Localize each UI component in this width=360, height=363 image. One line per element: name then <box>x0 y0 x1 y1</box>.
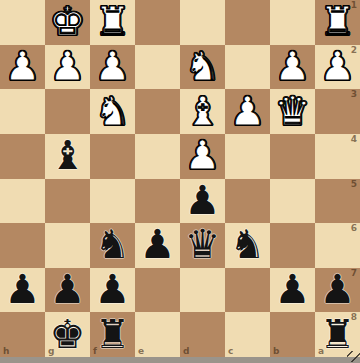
square-a6[interactable]: 6 <box>315 223 360 268</box>
square-d8[interactable]: d <box>180 312 225 357</box>
square-c3[interactable]: ♟ <box>225 89 270 134</box>
square-h2[interactable]: ♟ <box>0 45 45 90</box>
rank-label-8: 8 <box>351 313 357 322</box>
square-d4[interactable]: ♟ <box>180 134 225 179</box>
square-a5[interactable]: 5 <box>315 179 360 224</box>
square-b2[interactable]: ♟ <box>270 45 315 90</box>
rank-label-3: 3 <box>351 90 357 99</box>
square-g2[interactable]: ♟ <box>45 45 90 90</box>
square-e7[interactable] <box>135 268 180 313</box>
square-h3[interactable] <box>0 89 45 134</box>
square-b3[interactable]: ♛ <box>270 89 315 134</box>
black-knight-piece[interactable]: ♞ <box>230 224 266 264</box>
black-pawn-piece[interactable]: ♟ <box>275 269 311 309</box>
black-bishop-piece[interactable]: ♝ <box>50 135 86 175</box>
rank-label-6: 6 <box>351 224 357 233</box>
white-knight-piece[interactable]: ♞ <box>185 46 221 86</box>
black-rook-piece[interactable]: ♜ <box>95 314 131 354</box>
square-g5[interactable] <box>45 179 90 224</box>
white-pawn-piece[interactable]: ♟ <box>95 46 131 86</box>
black-pawn-piece[interactable]: ♟ <box>5 269 41 309</box>
black-queen-piece[interactable]: ♛ <box>185 224 221 264</box>
square-h7[interactable]: ♟ <box>0 268 45 313</box>
square-d1[interactable] <box>180 0 225 45</box>
square-d7[interactable] <box>180 268 225 313</box>
white-king-piece[interactable]: ♚ <box>50 1 86 41</box>
square-e6[interactable]: ♟ <box>135 223 180 268</box>
white-pawn-piece[interactable]: ♟ <box>50 46 86 86</box>
file-label-g: g <box>48 347 54 356</box>
square-d3[interactable]: ♝ <box>180 89 225 134</box>
square-g8[interactable]: ♚g <box>45 312 90 357</box>
square-a2[interactable]: ♟2 <box>315 45 360 90</box>
square-g1[interactable]: ♚ <box>45 0 90 45</box>
white-pawn-piece[interactable]: ♟ <box>5 46 41 86</box>
square-a7[interactable]: ♟7 <box>315 268 360 313</box>
square-c6[interactable]: ♞ <box>225 223 270 268</box>
black-pawn-piece[interactable]: ♟ <box>140 224 176 264</box>
white-pawn-piece[interactable]: ♟ <box>185 135 221 175</box>
file-label-h: h <box>3 347 9 356</box>
white-queen-piece[interactable]: ♛ <box>275 91 311 131</box>
white-pawn-piece[interactable]: ♟ <box>275 46 311 86</box>
white-bishop-piece[interactable]: ♝ <box>185 91 221 131</box>
black-knight-piece[interactable]: ♞ <box>95 224 131 264</box>
square-e2[interactable] <box>135 45 180 90</box>
square-h5[interactable] <box>0 179 45 224</box>
rank-label-5: 5 <box>351 180 357 189</box>
board-bottom-edge <box>0 357 360 363</box>
file-label-f: f <box>93 347 97 356</box>
file-label-d: d <box>183 347 189 356</box>
square-e4[interactable] <box>135 134 180 179</box>
file-label-b: b <box>273 347 279 356</box>
square-a3[interactable]: 3 <box>315 89 360 134</box>
square-f6[interactable]: ♞ <box>90 223 135 268</box>
square-f3[interactable]: ♞ <box>90 89 135 134</box>
black-pawn-piece[interactable]: ♟ <box>50 269 86 309</box>
square-c5[interactable] <box>225 179 270 224</box>
square-d5[interactable]: ♟ <box>180 179 225 224</box>
white-pawn-piece[interactable]: ♟ <box>230 91 266 131</box>
chess-board: ♚♜♜1♟♟♟♞♟♟2♞♝♟♛3♝♟4♟5♞♟♛♞6♟♟♟♟♟7h♚g♜fedc… <box>0 0 360 357</box>
black-pawn-piece[interactable]: ♟ <box>95 269 131 309</box>
white-knight-piece[interactable]: ♞ <box>95 91 131 131</box>
square-g7[interactable]: ♟ <box>45 268 90 313</box>
rank-label-1: 1 <box>351 1 357 10</box>
square-a1[interactable]: ♜1 <box>315 0 360 45</box>
square-b4[interactable] <box>270 134 315 179</box>
square-c2[interactable] <box>225 45 270 90</box>
square-c7[interactable] <box>225 268 270 313</box>
square-h1[interactable] <box>0 0 45 45</box>
black-pawn-piece[interactable]: ♟ <box>185 180 221 220</box>
square-f5[interactable] <box>90 179 135 224</box>
square-e1[interactable] <box>135 0 180 45</box>
square-f8[interactable]: ♜f <box>90 312 135 357</box>
square-c1[interactable] <box>225 0 270 45</box>
rank-label-7: 7 <box>351 269 357 278</box>
square-c8[interactable]: c <box>225 312 270 357</box>
square-g3[interactable] <box>45 89 90 134</box>
white-rook-piece[interactable]: ♜ <box>95 1 131 41</box>
square-h8[interactable]: h <box>0 312 45 357</box>
square-f4[interactable] <box>90 134 135 179</box>
black-king-piece[interactable]: ♚ <box>50 314 86 354</box>
square-f1[interactable]: ♜ <box>90 0 135 45</box>
file-label-c: c <box>228 347 233 356</box>
resize-grip-icon[interactable] <box>347 351 360 362</box>
square-b5[interactable] <box>270 179 315 224</box>
square-c4[interactable] <box>225 134 270 179</box>
square-h6[interactable] <box>0 223 45 268</box>
square-e8[interactable]: e <box>135 312 180 357</box>
square-b6[interactable] <box>270 223 315 268</box>
square-a4[interactable]: 4 <box>315 134 360 179</box>
square-b1[interactable] <box>270 0 315 45</box>
square-b8[interactable]: b <box>270 312 315 357</box>
square-d6[interactable]: ♛ <box>180 223 225 268</box>
square-g4[interactable]: ♝ <box>45 134 90 179</box>
chess-app: ♚♜♜1♟♟♟♞♟♟2♞♝♟♛3♝♟4♟5♞♟♛♞6♟♟♟♟♟7h♚g♜fedc… <box>0 0 360 363</box>
square-b7[interactable]: ♟ <box>270 268 315 313</box>
square-g6[interactable] <box>45 223 90 268</box>
square-f2[interactable]: ♟ <box>90 45 135 90</box>
file-label-e: e <box>138 347 144 356</box>
square-h4[interactable] <box>0 134 45 179</box>
file-label-a: a <box>318 347 324 356</box>
rank-label-4: 4 <box>351 135 357 144</box>
square-d2[interactable]: ♞ <box>180 45 225 90</box>
square-e3[interactable] <box>135 89 180 134</box>
square-e5[interactable] <box>135 179 180 224</box>
rank-label-2: 2 <box>351 46 357 55</box>
square-f7[interactable]: ♟ <box>90 268 135 313</box>
